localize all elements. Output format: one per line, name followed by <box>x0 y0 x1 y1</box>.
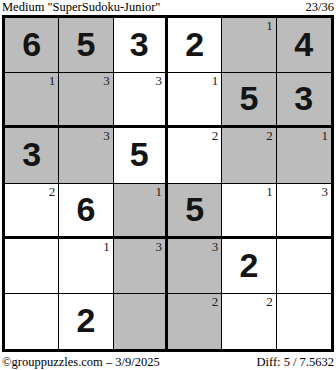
cell-r2c5[interactable]: 5 <box>222 73 276 128</box>
cell-r5c1[interactable] <box>5 239 59 294</box>
cell-r2c1[interactable]: 1 <box>5 73 59 128</box>
cell-r3c6[interactable]: 1 <box>277 128 331 183</box>
cell-r6c4[interactable]: 2 <box>168 294 222 349</box>
cell-r4c3[interactable]: 1 <box>114 184 168 239</box>
given-digit: 5 <box>130 137 149 173</box>
cell-r3c4[interactable]: 2 <box>168 128 222 183</box>
cell-r2c3[interactable]: 3 <box>114 73 168 128</box>
pencil-mark: 1 <box>321 128 328 143</box>
cell-r4c1[interactable]: 2 <box>5 184 59 239</box>
pencil-mark: 2 <box>212 128 219 143</box>
cell-r5c3[interactable]: 3 <box>114 239 168 294</box>
given-digit: 3 <box>22 137 41 173</box>
cell-r5c5[interactable]: 2 <box>222 239 276 294</box>
cell-r2c4[interactable]: 1 <box>168 73 222 128</box>
pencil-mark: 2 <box>266 128 273 143</box>
header: Medium "SuperSudoku-Junior" 23/36 <box>2 0 334 14</box>
cell-r1c4[interactable]: 2 <box>168 18 222 73</box>
cell-r2c6[interactable]: 3 <box>277 73 331 128</box>
cell-r3c5[interactable]: 2 <box>222 128 276 183</box>
pencil-mark: 3 <box>212 239 219 254</box>
given-digit: 2 <box>185 27 204 63</box>
given-digit: 3 <box>294 81 313 117</box>
pencil-mark: 3 <box>155 73 162 88</box>
pencil-mark: 3 <box>155 239 162 254</box>
pencil-mark: 1 <box>155 184 162 199</box>
puzzle-counter: 23/36 <box>306 0 334 14</box>
footer: ©grouppuzzles.com – 3/9/2025 Diff: 5 / 7… <box>2 355 334 370</box>
pencil-mark: 2 <box>266 294 273 309</box>
cell-r5c6[interactable] <box>277 239 331 294</box>
pencil-mark: 3 <box>103 128 110 143</box>
cell-r1c6[interactable]: 4 <box>277 18 331 73</box>
cell-r3c2[interactable]: 3 <box>59 128 113 183</box>
pencil-mark: 1 <box>103 239 110 254</box>
cell-r4c6[interactable]: 3 <box>277 184 331 239</box>
cell-r5c2[interactable]: 1 <box>59 239 113 294</box>
given-digit: 5 <box>77 27 96 63</box>
cell-r6c6[interactable] <box>277 294 331 349</box>
cell-r1c3[interactable]: 3 <box>114 18 168 73</box>
cell-r4c2[interactable]: 6 <box>59 184 113 239</box>
cell-r1c1[interactable]: 6 <box>5 18 59 73</box>
footer-difficulty: Diff: 5 / 7.5632 <box>256 355 334 369</box>
given-digit: 2 <box>77 303 96 339</box>
cell-r6c5[interactable]: 2 <box>222 294 276 349</box>
pencil-mark: 2 <box>212 294 219 309</box>
cell-r6c3[interactable] <box>114 294 168 349</box>
footer-copyright: ©grouppuzzles.com – 3/9/2025 <box>2 355 160 369</box>
cell-r1c5[interactable]: 1 <box>222 18 276 73</box>
given-digit: 5 <box>185 192 204 228</box>
cell-r4c4[interactable]: 5 <box>168 184 222 239</box>
pencil-mark: 3 <box>103 73 110 88</box>
sudoku-board: 6532141331533352212615131332222 <box>2 15 334 352</box>
given-digit: 3 <box>130 27 149 63</box>
cell-r1c2[interactable]: 5 <box>59 18 113 73</box>
cell-r5c4[interactable]: 3 <box>168 239 222 294</box>
page-title: Medium "SuperSudoku-Junior" <box>2 0 160 14</box>
pencil-mark: 1 <box>266 18 273 33</box>
cell-r6c1[interactable] <box>5 294 59 349</box>
cell-r3c3[interactable]: 5 <box>114 128 168 183</box>
cell-r2c2[interactable]: 3 <box>59 73 113 128</box>
given-digit: 2 <box>240 248 259 284</box>
pencil-mark: 1 <box>212 73 219 88</box>
given-digit: 5 <box>240 81 259 117</box>
cell-r3c1[interactable]: 3 <box>5 128 59 183</box>
given-digit: 6 <box>77 192 96 228</box>
pencil-mark: 2 <box>49 184 56 199</box>
pencil-mark: 1 <box>49 73 56 88</box>
pencil-mark: 3 <box>321 184 328 199</box>
cell-r4c5[interactable]: 1 <box>222 184 276 239</box>
cell-r6c2[interactable]: 2 <box>59 294 113 349</box>
given-digit: 4 <box>294 27 313 63</box>
given-digit: 6 <box>22 27 41 63</box>
pencil-mark: 1 <box>266 184 273 199</box>
